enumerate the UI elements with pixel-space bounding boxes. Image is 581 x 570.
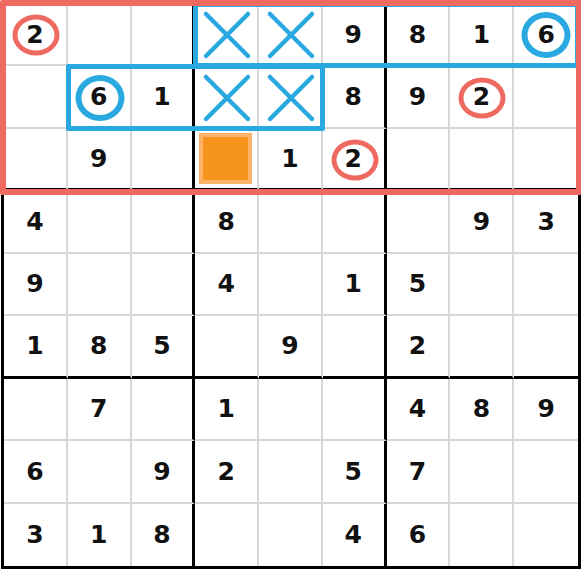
digit: 8 (345, 84, 362, 109)
cell-r8c4[interactable]: 2 (195, 441, 259, 503)
cell-r3c4[interactable] (195, 129, 259, 191)
digit: 8 (153, 522, 170, 547)
digit: 9 (153, 459, 170, 484)
cell-r2c4[interactable] (195, 66, 259, 128)
cell-r5c1[interactable]: 9 (4, 254, 68, 316)
cell-r7c5[interactable] (259, 379, 323, 441)
cell-r2c9[interactable] (514, 66, 578, 128)
cell-r1c4[interactable] (195, 4, 259, 66)
cell-r4c8[interactable]: 9 (450, 191, 514, 253)
digit: 9 (409, 84, 426, 109)
cell-r4c1[interactable]: 4 (4, 191, 68, 253)
cell-r1c9[interactable]: 6 (514, 4, 578, 66)
cell-r7c3[interactable] (132, 379, 196, 441)
digit: 9 (537, 396, 554, 421)
cell-r7c4[interactable]: 1 (195, 379, 259, 441)
digit: 4 (345, 522, 362, 547)
digit: 1 (473, 22, 490, 47)
cell-r7c8[interactable]: 8 (450, 379, 514, 441)
cell-r6c5[interactable]: 9 (259, 316, 323, 378)
digit: 9 (345, 22, 362, 47)
cell-r9c3[interactable]: 8 (132, 504, 196, 566)
cell-r5c9[interactable] (514, 254, 578, 316)
cell-r9c1[interactable]: 3 (4, 504, 68, 566)
cell-r3c3[interactable] (132, 129, 196, 191)
digit: 1 (90, 522, 107, 547)
cell-r1c6[interactable]: 9 (323, 4, 387, 66)
cell-r4c4[interactable]: 8 (195, 191, 259, 253)
cell-r4c7[interactable] (387, 191, 451, 253)
cell-r7c9[interactable]: 9 (514, 379, 578, 441)
cell-r2c2[interactable]: 6 (68, 66, 132, 128)
cell-r2c3[interactable]: 1 (132, 66, 196, 128)
digit: 2 (345, 146, 362, 171)
digit: 2 (218, 459, 235, 484)
cell-r6c9[interactable] (514, 316, 578, 378)
cell-r5c8[interactable] (450, 254, 514, 316)
cell-r6c7[interactable]: 2 (387, 316, 451, 378)
digit: 5 (345, 459, 362, 484)
cell-r6c1[interactable]: 1 (4, 316, 68, 378)
cell-r3c8[interactable] (450, 129, 514, 191)
digit: 5 (153, 333, 170, 358)
digit: 4 (218, 271, 235, 296)
cell-r1c8[interactable]: 1 (450, 4, 514, 66)
digit: 4 (409, 396, 426, 421)
cell-r6c8[interactable] (450, 316, 514, 378)
cell-r5c6[interactable]: 1 (323, 254, 387, 316)
cell-r8c9[interactable] (514, 441, 578, 503)
digit: 9 (26, 271, 43, 296)
cell-r1c5[interactable] (259, 4, 323, 66)
cell-r1c1[interactable]: 2 (4, 4, 68, 66)
cell-r2c5[interactable] (259, 66, 323, 128)
digit: 5 (409, 271, 426, 296)
cell-r7c2[interactable]: 7 (68, 379, 132, 441)
cell-r2c7[interactable]: 9 (387, 66, 451, 128)
cell-r3c1[interactable] (4, 129, 68, 191)
digit: 9 (90, 146, 107, 171)
cell-r3c6[interactable]: 2 (323, 129, 387, 191)
digit: 9 (473, 209, 490, 234)
cell-r7c6[interactable] (323, 379, 387, 441)
sudoku-board: 2981661892912489394151859271489692573184… (1, 1, 581, 569)
digit: 1 (281, 146, 298, 171)
cell-r9c4[interactable] (195, 504, 259, 566)
digit: 7 (90, 396, 107, 421)
cell-r6c4[interactable] (195, 316, 259, 378)
cell-r3c2[interactable]: 9 (68, 129, 132, 191)
cell-r6c2[interactable]: 8 (68, 316, 132, 378)
cell-r9c2[interactable]: 1 (68, 504, 132, 566)
digit: 2 (409, 333, 426, 358)
digit: 8 (473, 396, 490, 421)
digit: 8 (218, 209, 235, 234)
digit: 2 (26, 22, 43, 47)
cell-r3c9[interactable] (514, 129, 578, 191)
digit: 1 (345, 271, 362, 296)
cell-r4c2[interactable] (68, 191, 132, 253)
digit: 1 (26, 333, 43, 358)
cell-r9c7[interactable]: 6 (387, 504, 451, 566)
cell-r8c1[interactable]: 6 (4, 441, 68, 503)
digit: 2 (473, 84, 490, 109)
cell-r1c3[interactable] (132, 4, 196, 66)
cell-r5c5[interactable] (259, 254, 323, 316)
cell-r6c6[interactable] (323, 316, 387, 378)
digit: 1 (153, 84, 170, 109)
cell-r2c1[interactable] (4, 66, 68, 128)
cell-r8c3[interactable]: 9 (132, 441, 196, 503)
cell-r7c1[interactable] (4, 379, 68, 441)
cell-r7c7[interactable]: 4 (387, 379, 451, 441)
sudoku-diagram: 2981661892912489394151859271489692573184… (0, 0, 581, 570)
digit: 6 (26, 459, 43, 484)
cell-r1c2[interactable] (68, 4, 132, 66)
digit: 9 (281, 333, 298, 358)
cell-r3c7[interactable] (387, 129, 451, 191)
digit: 1 (218, 396, 235, 421)
digit: 3 (26, 522, 43, 547)
digit: 6 (90, 84, 107, 109)
cell-r5c4[interactable]: 4 (195, 254, 259, 316)
cell-r9c6[interactable]: 4 (323, 504, 387, 566)
cell-r2c8[interactable]: 2 (450, 66, 514, 128)
cell-r8c2[interactable] (68, 441, 132, 503)
cell-r4c6[interactable] (323, 191, 387, 253)
digit: 6 (537, 22, 554, 47)
cell-r4c3[interactable] (132, 191, 196, 253)
cell-r4c9[interactable]: 3 (514, 191, 578, 253)
cell-r5c3[interactable] (132, 254, 196, 316)
cell-r6c3[interactable]: 5 (132, 316, 196, 378)
cell-r2c6[interactable]: 8 (323, 66, 387, 128)
cell-r8c5[interactable] (259, 441, 323, 503)
cell-r5c7[interactable]: 5 (387, 254, 451, 316)
digit: 7 (409, 459, 426, 484)
digit: 3 (537, 209, 554, 234)
cell-r9c9[interactable] (514, 504, 578, 566)
digit: 8 (409, 22, 426, 47)
digit: 6 (409, 522, 426, 547)
cell-r9c5[interactable] (259, 504, 323, 566)
cell-r8c7[interactable]: 7 (387, 441, 451, 503)
cell-r8c6[interactable]: 5 (323, 441, 387, 503)
cell-r3c5[interactable]: 1 (259, 129, 323, 191)
cell-r9c8[interactable] (450, 504, 514, 566)
cell-r1c7[interactable]: 8 (387, 4, 451, 66)
digit: 4 (26, 209, 43, 234)
cell-r5c2[interactable] (68, 254, 132, 316)
digit: 8 (90, 333, 107, 358)
cell-r4c5[interactable] (259, 191, 323, 253)
cell-r8c8[interactable] (450, 441, 514, 503)
